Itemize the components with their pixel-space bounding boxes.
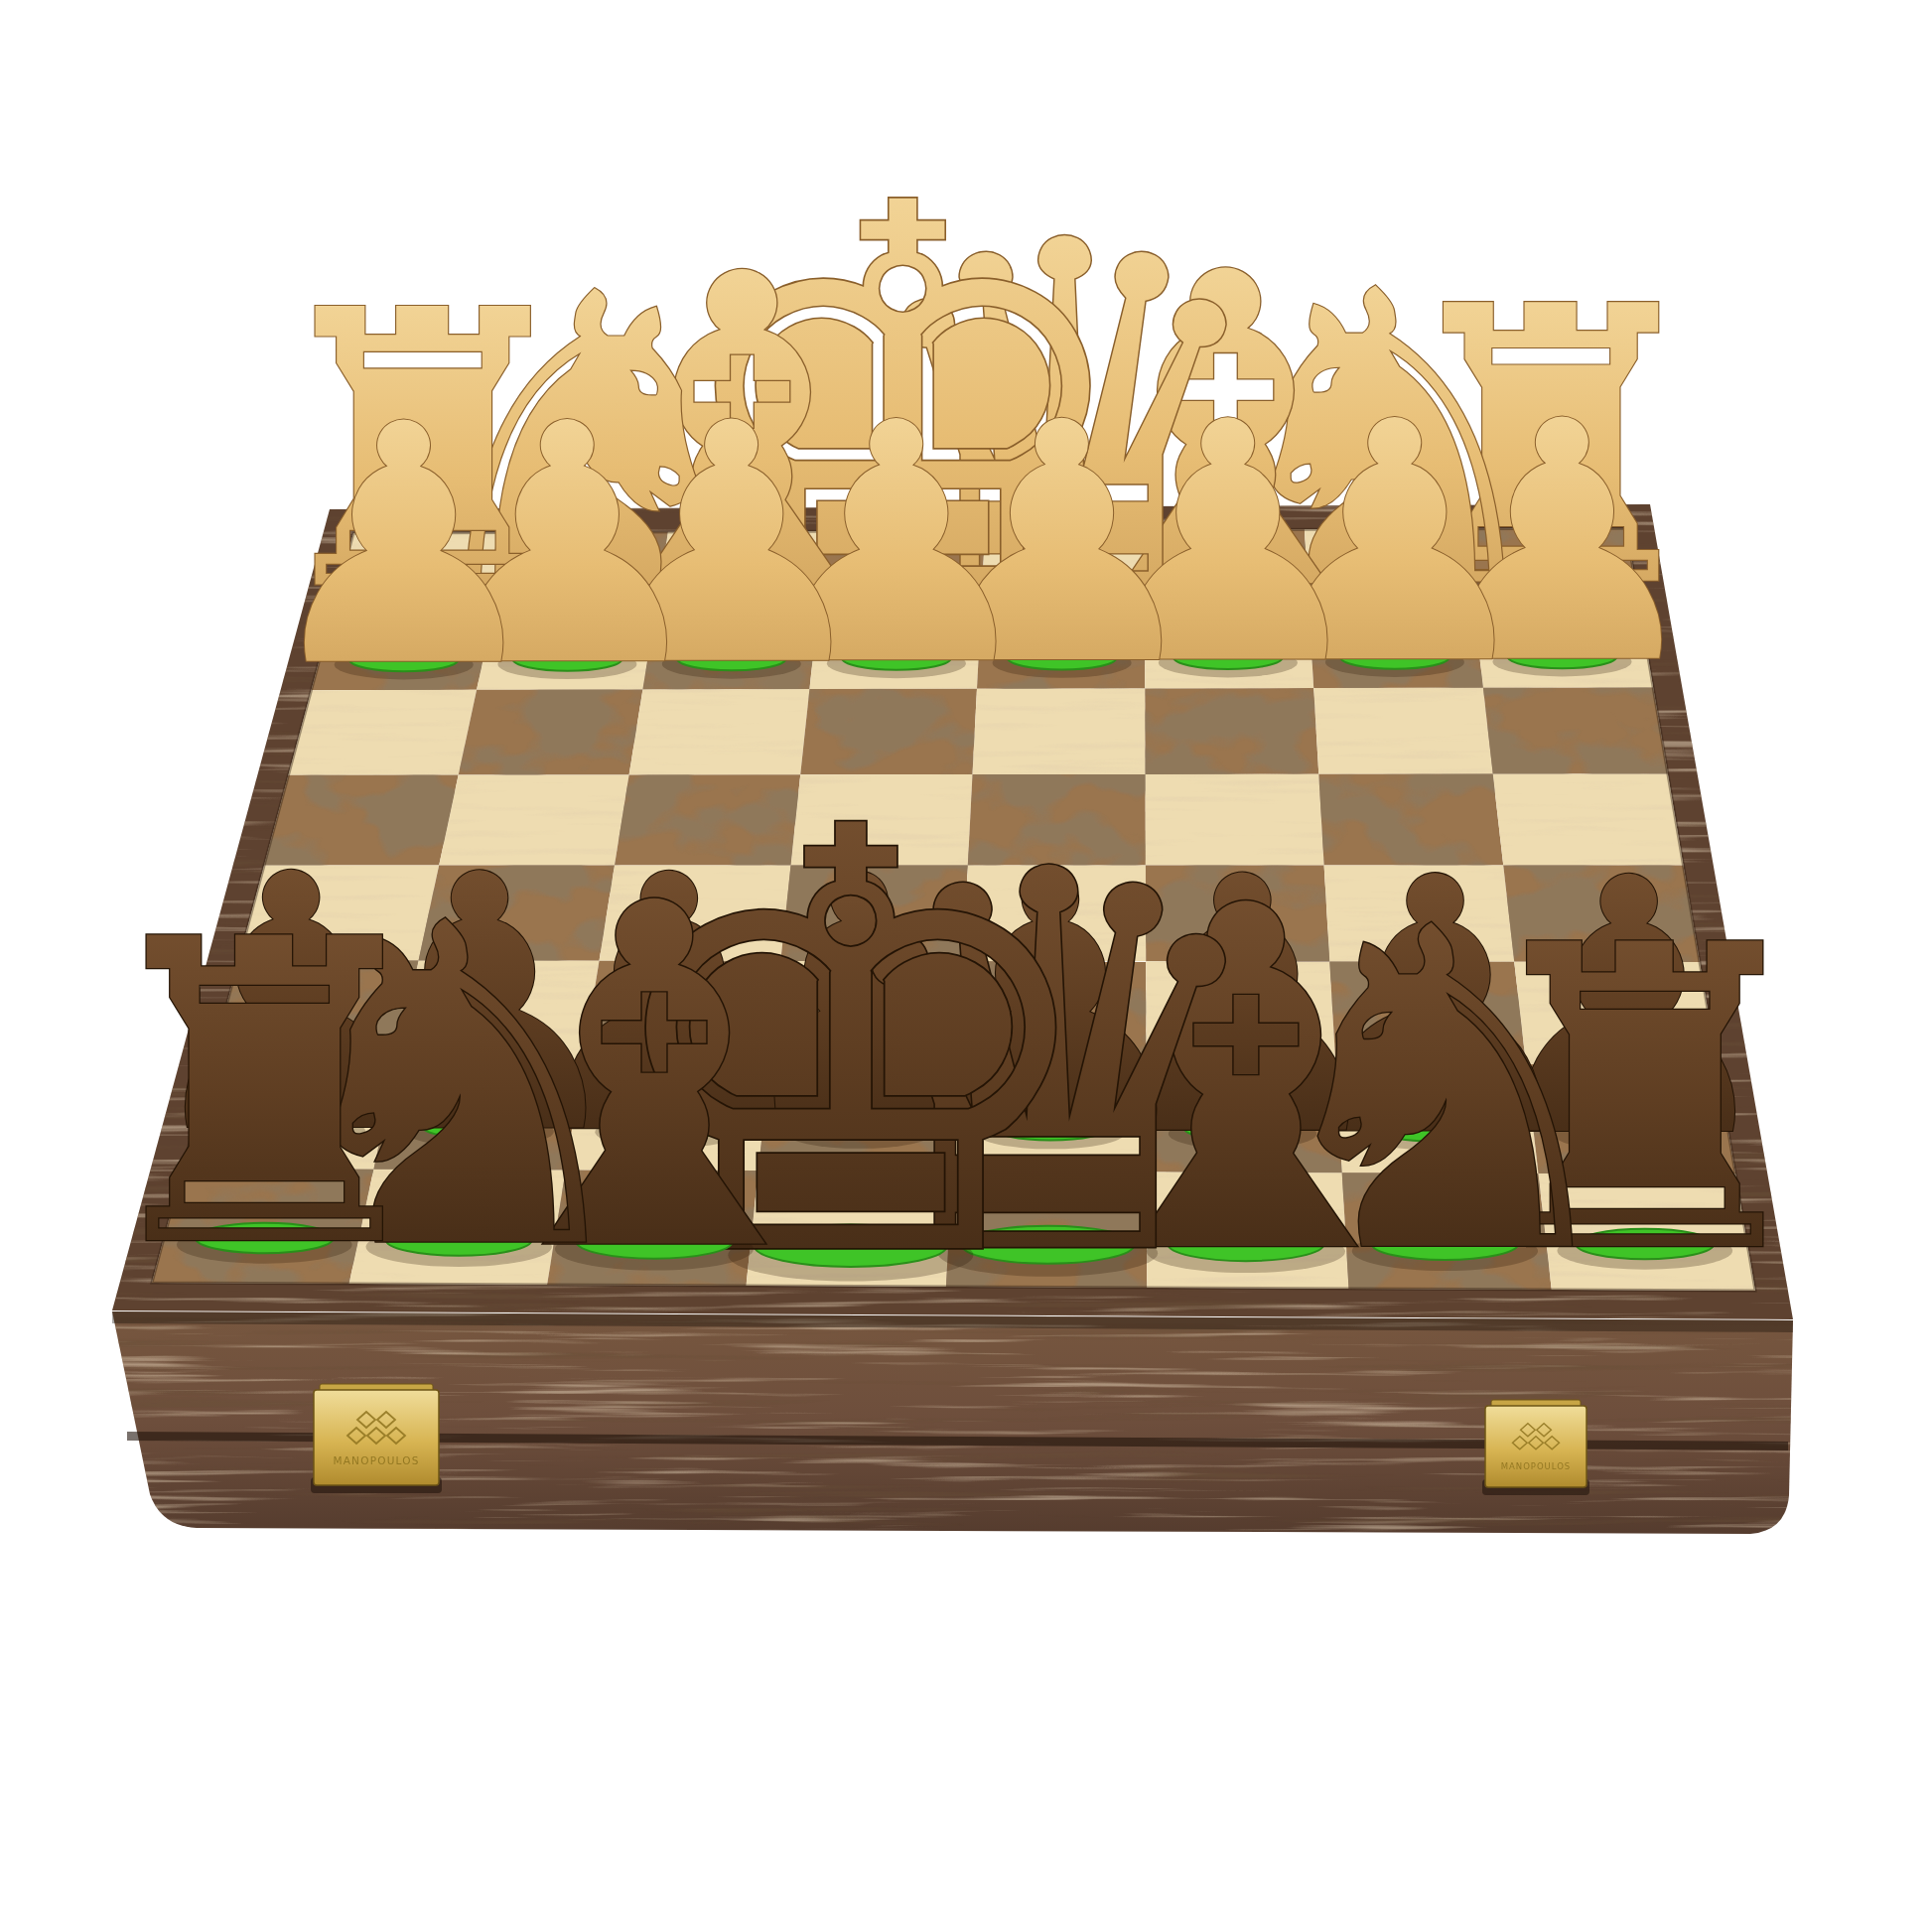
chess-board-svg: MANOPOULOSMANOPOULOS♜♞♝♛♚♝♞♜♟♟♟♟♟♟♟♟♟♟♟♟… [0,0,1932,1932]
white-pawn-glyph: ♟ [255,354,552,740]
clasp-left-brand-text: MANOPOULOS [333,1454,419,1466]
clasp-left[interactable]: MANOPOULOS [311,1384,442,1493]
clasp-right-plate [1485,1406,1587,1487]
black-rook-glyph: ♜ [77,852,452,1338]
clasp-right[interactable]: MANOPOULOS [1482,1400,1589,1495]
piece-black-rook-h8[interactable]: ♜ [77,852,452,1338]
chess-set-photo: MANOPOULOSMANOPOULOS♜♞♝♛♚♝♞♜♟♟♟♟♟♟♟♟♟♟♟♟… [0,0,1932,1932]
clasp-left-plate [314,1390,439,1485]
piece-white-pawn-h2[interactable]: ♟ [255,354,552,740]
clasp-right-brand-text: MANOPOULOS [1501,1461,1571,1471]
